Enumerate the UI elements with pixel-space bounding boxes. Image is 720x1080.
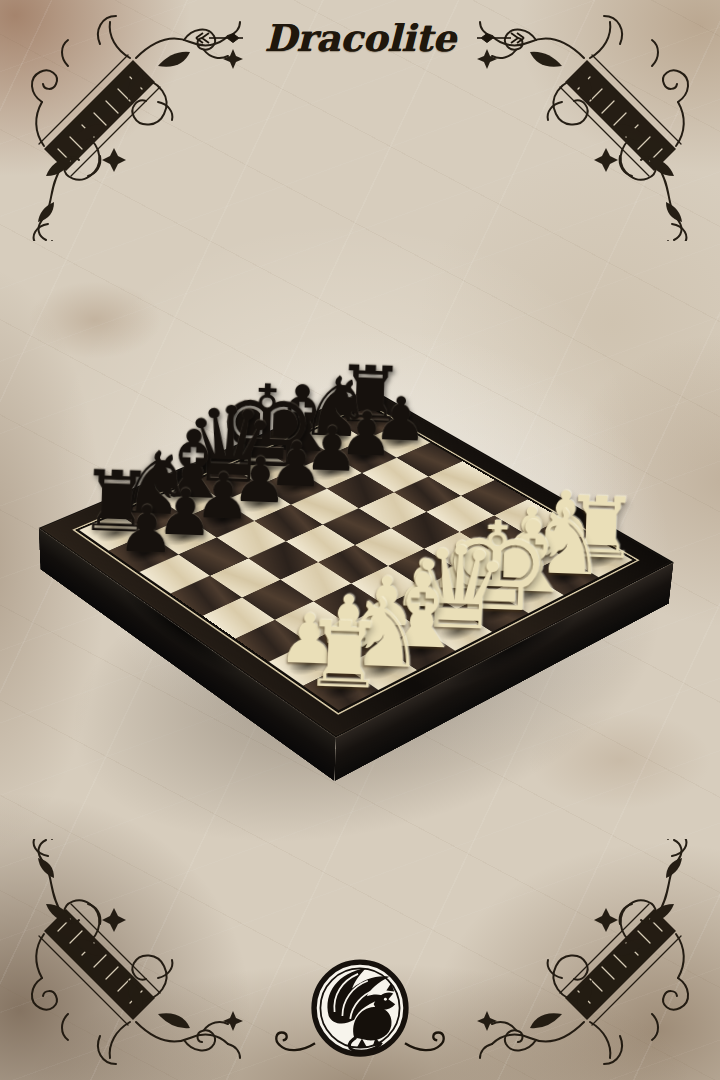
piece-shadow xyxy=(346,413,391,435)
square-h6 xyxy=(397,443,463,477)
piece-shadow xyxy=(377,431,422,453)
piece-shadow xyxy=(205,472,252,496)
square-g6 xyxy=(362,458,428,493)
square-h5 xyxy=(428,461,494,496)
square-d7: ♟ xyxy=(224,485,292,521)
chessboard: ♜♞♝♛♚♝♞♜♟♟♟♟♟♟♟♟♟♟♟♟♟♟♟♟♜♞♝♛♚♝♞♜ xyxy=(39,388,674,737)
chessboard-scene: ♜♞♝♛♚♝♞♜♟♟♟♟♟♟♟♟♟♟♟♟♟♟♟♟♜♞♝♛♚♝♞♜ xyxy=(0,0,720,1080)
square-e5 xyxy=(323,508,391,545)
square-h7: ♟ xyxy=(365,425,430,458)
square-h8: ♜ xyxy=(335,407,399,439)
black-pawn: ♟ xyxy=(227,432,365,499)
square-f6 xyxy=(327,473,394,508)
black-pawn: ♟ xyxy=(263,417,399,483)
square-e7: ♟ xyxy=(260,469,327,504)
black-queen: ♛ xyxy=(160,391,299,500)
piece-shadow xyxy=(277,442,323,465)
piece-shadow xyxy=(312,427,358,449)
piece-shadow xyxy=(271,476,318,500)
black-pawn: ♟ xyxy=(299,402,434,467)
board-inner-border: ♜♞♝♛♚♝♞♜♟♟♟♟♟♟♟♟♟♟♟♟♟♟♟♟♜♞♝♛♚♝♞♜ xyxy=(72,404,639,715)
black-king: ♚ xyxy=(197,368,335,485)
square-f8: ♝ xyxy=(266,436,331,470)
square-e8: ♚ xyxy=(230,451,296,485)
black-rook: ♜ xyxy=(303,354,436,436)
square-d6 xyxy=(254,505,322,542)
black-bishop: ♝ xyxy=(233,372,369,467)
square-g7: ♟ xyxy=(331,439,397,473)
square-a7: ♟ xyxy=(109,534,179,572)
square-c5 xyxy=(248,541,318,579)
square-d8: ♛ xyxy=(193,466,260,501)
piece-shadow xyxy=(307,461,354,484)
piece-shadow xyxy=(235,492,283,516)
black-pawn: ♟ xyxy=(334,387,467,452)
piece-shadow xyxy=(241,457,288,480)
piece-shadow xyxy=(342,446,388,469)
chessboard-tilt: ♜♞♝♛♚♝♞♜♟♟♟♟♟♟♟♟♟♟♟♟♟♟♟♟♜♞♝♛♚♝♞♜ xyxy=(122,312,587,777)
black-pawn: ♟ xyxy=(74,495,217,565)
square-f7: ♟ xyxy=(296,454,362,488)
black-knight: ♞ xyxy=(269,364,403,451)
dragon-emblem-icon xyxy=(272,952,448,1072)
square-g8: ♞ xyxy=(301,421,366,454)
square-a1: ♜ xyxy=(303,666,378,710)
page: Dracolite ♜♞♝♛♚♝♞♜♟♟♟♟♟♟♟♟♟♟♟♟♟♟♟♟♜♞♝♛♚♝… xyxy=(0,0,720,1080)
square-e6 xyxy=(291,489,359,525)
